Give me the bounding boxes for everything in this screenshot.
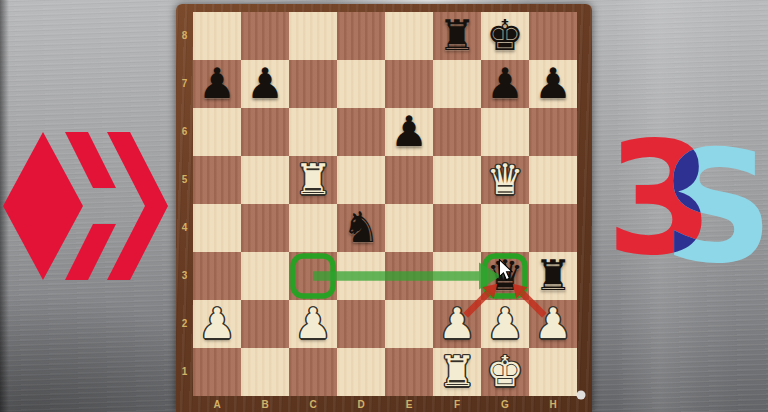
black-knight[interactable]: ♞ <box>342 204 380 252</box>
square-g8[interactable]: ♚ <box>481 12 529 60</box>
square-f4[interactable] <box>433 204 481 252</box>
square-a8[interactable] <box>193 12 241 60</box>
screenshot: 3 3 S S 87654321 ♜♚♟♟♟♟♟♜♛♞♛♜♟♟♟♟♟♜♚ ABC… <box>0 0 768 412</box>
hive-logo-lower-slash <box>65 224 116 280</box>
white-queen[interactable]: ♛ <box>486 156 524 204</box>
square-c1[interactable] <box>289 348 337 396</box>
white-pawn[interactable]: ♟ <box>438 300 476 348</box>
file-label-A: A <box>193 398 241 411</box>
square-a2[interactable]: ♟ <box>193 300 241 348</box>
square-b3[interactable] <box>241 252 289 300</box>
square-h1[interactable] <box>529 348 577 396</box>
rank-label-5: 5 <box>176 156 193 204</box>
file-label-D: D <box>337 398 385 411</box>
square-c2[interactable]: ♟ <box>289 300 337 348</box>
square-d8[interactable] <box>337 12 385 60</box>
black-king[interactable]: ♚ <box>486 12 524 60</box>
corner-dot <box>577 391 586 400</box>
square-e4[interactable] <box>385 204 433 252</box>
square-d5[interactable] <box>337 156 385 204</box>
white-rook[interactable]: ♜ <box>294 156 332 204</box>
black-pawn[interactable]: ♟ <box>246 60 284 108</box>
black-pawn[interactable]: ♟ <box>486 60 524 108</box>
square-h7[interactable]: ♟ <box>529 60 577 108</box>
square-h6[interactable] <box>529 108 577 156</box>
square-c6[interactable] <box>289 108 337 156</box>
square-e8[interactable] <box>385 12 433 60</box>
square-g4[interactable] <box>481 204 529 252</box>
black-pawn[interactable]: ♟ <box>198 60 236 108</box>
black-pawn[interactable]: ♟ <box>534 60 572 108</box>
rank-label-3: 3 <box>176 252 193 300</box>
hive-logo-diamond <box>3 132 83 280</box>
square-f6[interactable] <box>433 108 481 156</box>
square-g5[interactable]: ♛ <box>481 156 529 204</box>
white-pawn[interactable]: ♟ <box>198 300 236 348</box>
square-b1[interactable] <box>241 348 289 396</box>
black-rook[interactable]: ♜ <box>534 252 572 300</box>
square-e3[interactable] <box>385 252 433 300</box>
rank-label-2: 2 <box>176 300 193 348</box>
square-c7[interactable] <box>289 60 337 108</box>
square-h5[interactable] <box>529 156 577 204</box>
square-e1[interactable] <box>385 348 433 396</box>
square-f2[interactable]: ♟ <box>433 300 481 348</box>
file-label-F: F <box>433 398 481 411</box>
black-rook[interactable]: ♜ <box>438 12 476 60</box>
file-label-E: E <box>385 398 433 411</box>
white-pawn[interactable]: ♟ <box>486 300 524 348</box>
file-label-G: G <box>481 398 529 411</box>
square-b7[interactable]: ♟ <box>241 60 289 108</box>
white-king[interactable]: ♚ <box>486 348 524 396</box>
square-d3[interactable] <box>337 252 385 300</box>
hive-logo-upper-slash <box>65 132 116 188</box>
square-f5[interactable] <box>433 156 481 204</box>
rank-label-7: 7 <box>176 60 193 108</box>
rank-label-8: 8 <box>176 12 193 60</box>
rank-label-4: 4 <box>176 204 193 252</box>
hive-logo <box>2 130 170 282</box>
square-d1[interactable] <box>337 348 385 396</box>
square-e6[interactable]: ♟ <box>385 108 433 156</box>
square-a6[interactable] <box>193 108 241 156</box>
rank-labels: 87654321 <box>176 12 193 396</box>
hive-logo-chevron <box>107 132 168 280</box>
square-f8[interactable]: ♜ <box>433 12 481 60</box>
file-label-C: C <box>289 398 337 411</box>
square-b6[interactable] <box>241 108 289 156</box>
board-squares[interactable]: ♜♚♟♟♟♟♟♜♛♞♛♜♟♟♟♟♟♜♚ <box>193 12 577 396</box>
square-f1[interactable]: ♜ <box>433 348 481 396</box>
square-c4[interactable] <box>289 204 337 252</box>
square-d2[interactable] <box>337 300 385 348</box>
square-h3[interactable]: ♜ <box>529 252 577 300</box>
white-rook[interactable]: ♜ <box>438 348 476 396</box>
file-labels: ABCDEFGH <box>193 398 577 411</box>
chess-board: 87654321 ♜♚♟♟♟♟♟♜♛♞♛♜♟♟♟♟♟♜♚ ABCDEFGH <box>176 4 592 412</box>
square-h8[interactable] <box>529 12 577 60</box>
square-g7[interactable]: ♟ <box>481 60 529 108</box>
square-d6[interactable] <box>337 108 385 156</box>
mouse-cursor-icon <box>498 259 514 281</box>
white-pawn[interactable]: ♟ <box>534 300 572 348</box>
square-d4[interactable]: ♞ <box>337 204 385 252</box>
3s-logo: 3 3 S S <box>612 136 764 268</box>
square-d7[interactable] <box>337 60 385 108</box>
square-g1[interactable]: ♚ <box>481 348 529 396</box>
square-e5[interactable] <box>385 156 433 204</box>
square-e2[interactable] <box>385 300 433 348</box>
square-b4[interactable] <box>241 204 289 252</box>
square-a7[interactable]: ♟ <box>193 60 241 108</box>
square-b8[interactable] <box>241 12 289 60</box>
square-f7[interactable] <box>433 60 481 108</box>
file-label-B: B <box>241 398 289 411</box>
file-label-H: H <box>529 398 577 411</box>
square-a3[interactable] <box>193 252 241 300</box>
square-c5[interactable]: ♜ <box>289 156 337 204</box>
white-pawn[interactable]: ♟ <box>294 300 332 348</box>
square-b2[interactable] <box>241 300 289 348</box>
square-g6[interactable] <box>481 108 529 156</box>
square-a5[interactable] <box>193 156 241 204</box>
rank-label-6: 6 <box>176 108 193 156</box>
square-h4[interactable] <box>529 204 577 252</box>
black-pawn[interactable]: ♟ <box>390 108 428 156</box>
square-g2[interactable]: ♟ <box>481 300 529 348</box>
rank-label-1: 1 <box>176 348 193 396</box>
square-c3[interactable] <box>289 252 337 300</box>
square-a1[interactable] <box>193 348 241 396</box>
square-c8[interactable] <box>289 12 337 60</box>
square-e7[interactable] <box>385 60 433 108</box>
square-h2[interactable]: ♟ <box>529 300 577 348</box>
square-b5[interactable] <box>241 156 289 204</box>
square-f3[interactable] <box>433 252 481 300</box>
square-a4[interactable] <box>193 204 241 252</box>
